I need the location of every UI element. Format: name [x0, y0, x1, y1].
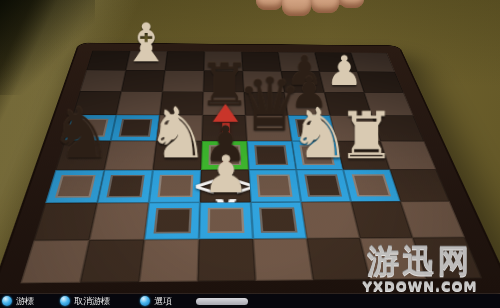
- toolbar-item-cancel-cursor[interactable]: 取消游標: [60, 295, 110, 307]
- white-pawn-g7[interactable]: ♟: [326, 52, 363, 91]
- toolbar-item-options[interactable]: 選項: [140, 295, 172, 307]
- square-b2[interactable]: [89, 203, 149, 240]
- blue-orb-icon: [60, 296, 70, 306]
- hand-finger: [311, 0, 339, 13]
- square-a7[interactable]: [80, 70, 126, 91]
- toolbar-item-label: 選項: [154, 295, 172, 308]
- watermark-title: 游迅网: [344, 245, 496, 279]
- square-e2[interactable]: [251, 202, 307, 239]
- square-b1[interactable]: [80, 240, 144, 283]
- square-a1[interactable]: [20, 240, 89, 283]
- bottom-toolbar: 游標 取消游標 選項: [0, 294, 500, 308]
- toolbar-item-cursor[interactable]: 游標: [2, 295, 34, 307]
- white-knight-c4[interactable]: ♞: [146, 101, 209, 167]
- watermark-subtitle: YXDOWN.COM: [344, 279, 496, 294]
- square-a4[interactable]: ♞: [55, 141, 110, 170]
- square-a2[interactable]: [34, 203, 98, 241]
- square-h2[interactable]: [401, 201, 465, 237]
- square-b7[interactable]: [121, 70, 165, 91]
- square-f4[interactable]: ♞: [292, 141, 343, 170]
- square-e1[interactable]: [253, 238, 313, 280]
- white-knight-f4[interactable]: ♞: [288, 102, 350, 168]
- toolbar-item-label: 游標: [16, 295, 34, 308]
- white-bishop-b8[interactable]: ♝: [122, 18, 170, 69]
- square-f2[interactable]: [301, 202, 360, 239]
- square-b8[interactable]: ♝: [126, 51, 168, 70]
- square-g3[interactable]: [343, 170, 400, 202]
- square-e3[interactable]: [249, 170, 301, 202]
- hand-finger: [256, 0, 283, 10]
- toolbar-light-pill: [196, 298, 248, 305]
- hand-finger: [339, 0, 364, 8]
- square-b3[interactable]: [97, 170, 153, 203]
- square-e5[interactable]: ♛: [245, 115, 291, 141]
- square-c4[interactable]: ♞: [153, 141, 202, 170]
- hand-finger: [282, 0, 311, 16]
- square-h3[interactable]: [390, 169, 450, 201]
- square-d1[interactable]: [198, 239, 256, 282]
- game-screen: ♝♟♟♜♟♛♞♞♟♞♜<>∨♟ 游迅网 YXDOWN.COM 游標 取消游標 選…: [0, 0, 500, 308]
- square-c2[interactable]: [144, 202, 200, 239]
- square-f3[interactable]: [296, 170, 351, 202]
- toolbar-item-label: 取消游標: [74, 295, 110, 308]
- black-knight-a4[interactable]: ♞: [49, 101, 112, 168]
- square-a3[interactable]: [45, 170, 104, 203]
- square-d3[interactable]: <>∨♟: [200, 170, 251, 203]
- player-hand: [256, 0, 372, 18]
- white-pawn-d3[interactable]: ♟: [202, 151, 248, 200]
- square-h7[interactable]: [357, 72, 404, 93]
- square-c1[interactable]: [139, 239, 199, 282]
- watermark: 游迅网 YXDOWN.COM: [344, 245, 496, 294]
- blue-orb-icon: [140, 296, 150, 306]
- blue-orb-icon: [2, 296, 12, 306]
